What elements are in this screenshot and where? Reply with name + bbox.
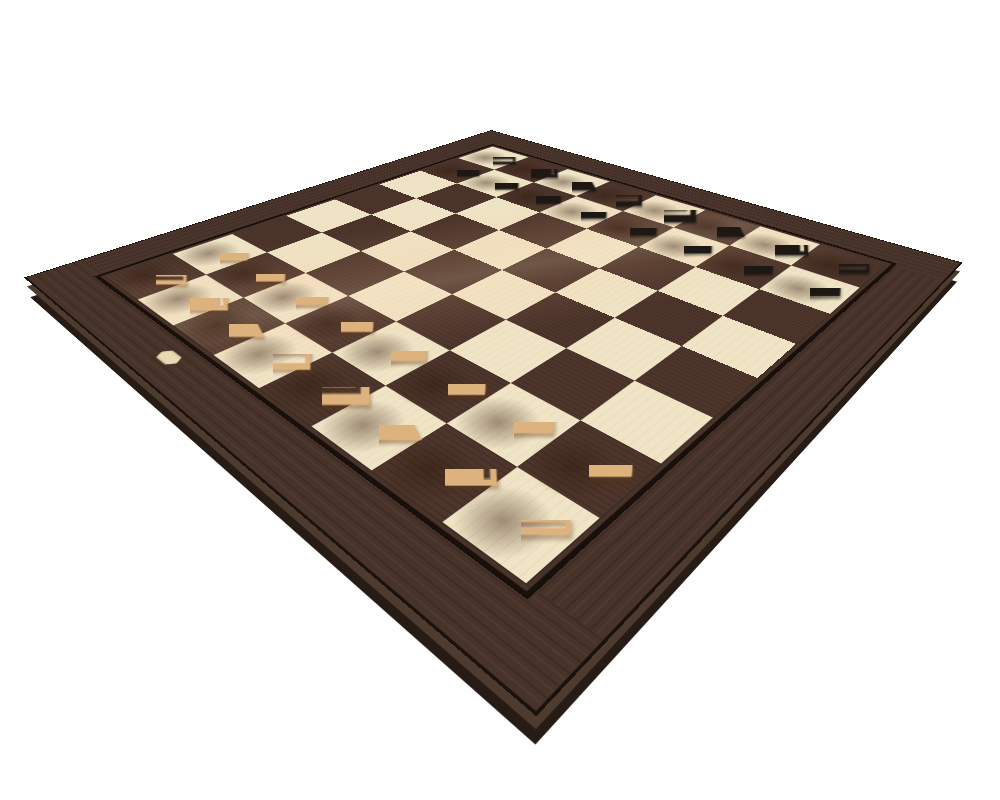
piece-glyph: ♜ [337,340,705,569]
product-photo: ♜♞♝♛♚♝♞♜♟♟♟♟♟♟♟♟♟♟♟♟♟♟♟♟♜♞♝♛♚♝♞♜ [0,0,1000,800]
playing-area: ♜♞♝♛♚♝♞♜♟♟♟♟♟♟♟♟♟♟♟♟♟♟♟♟♜♞♝♛♚♝♞♜ [106,147,886,584]
chess-board: ♜♞♝♛♚♝♞♜♟♟♟♟♟♟♟♟♟♟♟♟♟♟♟♟♜♞♝♛♚♝♞♜ [24,130,963,716]
square-h1: ♜ [442,467,599,583]
